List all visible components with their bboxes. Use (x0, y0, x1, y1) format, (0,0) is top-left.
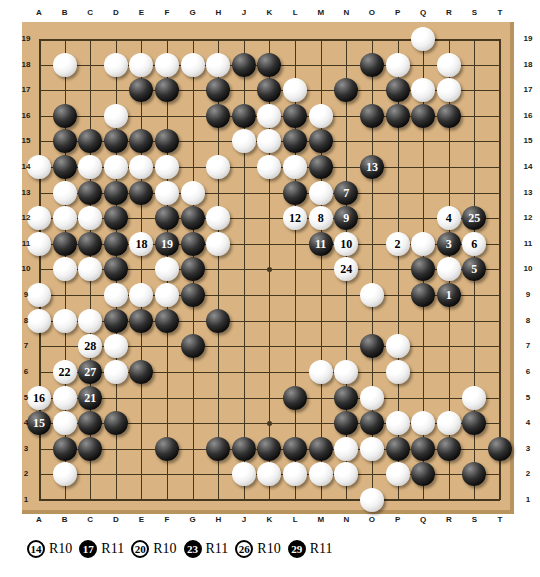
point-E13 (129, 180, 155, 206)
row-label-left-9: 9 (17, 290, 35, 300)
black-stone-O7 (360, 334, 384, 358)
point-T5 (487, 385, 513, 411)
point-C14 (77, 154, 103, 180)
point-L6 (282, 359, 308, 385)
point-D6 (103, 359, 129, 385)
white-stone-B18 (53, 53, 77, 77)
point-H1 (205, 487, 231, 513)
point-G9 (180, 282, 206, 308)
point-E7 (129, 334, 155, 360)
point-H11 (205, 231, 231, 257)
black-stone-C4 (78, 411, 102, 435)
row-label-left-13: 13 (17, 188, 35, 198)
point-B9 (52, 282, 78, 308)
col-label-bottom-L: L (286, 515, 304, 525)
point-D17 (103, 77, 129, 103)
black-stone-T3 (488, 437, 512, 461)
point-L5 (282, 385, 308, 411)
white-stone-N3 (334, 437, 358, 461)
point-O12 (359, 205, 385, 231)
black-stone-G11 (181, 232, 205, 256)
point-F12 (154, 205, 180, 231)
black-stone-S2 (462, 462, 486, 486)
point-N1 (334, 487, 360, 513)
point-Q9 (410, 282, 436, 308)
white-stone-D7 (104, 334, 128, 358)
point-O6 (359, 359, 385, 385)
point-N2 (334, 462, 360, 488)
point-F4 (154, 410, 180, 436)
white-stone-K14 (257, 155, 281, 179)
point-S4 (462, 410, 488, 436)
white-stone-G13 (181, 181, 205, 205)
point-B1 (52, 487, 78, 513)
point-R9: 1 (436, 282, 462, 308)
goban: 1371289425181911102362451282227162115 (22, 22, 514, 514)
col-label-top-G: G (184, 8, 202, 18)
point-R5 (436, 385, 462, 411)
point-H9 (205, 282, 231, 308)
point-J7 (231, 334, 257, 360)
black-stone-E6 (129, 360, 153, 384)
white-stone-P6 (386, 360, 410, 384)
row-label-right-10: 10 (519, 264, 537, 274)
point-L18 (282, 52, 308, 78)
point-R16 (436, 103, 462, 129)
col-label-top-K: K (260, 8, 278, 18)
caption-move-23: 23R11 (184, 540, 229, 558)
point-D19 (103, 26, 129, 52)
point-O17 (359, 77, 385, 103)
point-S8 (462, 308, 488, 334)
move-number-label: 28 (84, 340, 96, 352)
black-stone-D12 (104, 206, 128, 230)
point-G12 (180, 205, 206, 231)
point-G8 (180, 308, 206, 334)
point-B7 (52, 334, 78, 360)
white-stone-R4 (437, 411, 461, 435)
point-E9 (129, 282, 155, 308)
point-J3 (231, 436, 257, 462)
point-Q13 (410, 180, 436, 206)
white-stone-H11 (206, 232, 230, 256)
point-D13 (103, 180, 129, 206)
point-C11 (77, 231, 103, 257)
row-label-left-6: 6 (17, 367, 35, 377)
point-T7 (487, 334, 513, 360)
point-C2 (77, 462, 103, 488)
point-F7 (154, 334, 180, 360)
go-board-diagram: 1371289425181911102362451282227162115 AA… (0, 0, 540, 577)
point-K12 (257, 205, 283, 231)
point-B16 (52, 103, 78, 129)
col-label-top-E: E (132, 8, 150, 18)
col-label-bottom-G: G (184, 515, 202, 525)
white-stone-K15 (257, 129, 281, 153)
point-M16 (308, 103, 334, 129)
point-F11: 19 (154, 231, 180, 257)
point-K3 (257, 436, 283, 462)
white-stone-B13 (53, 181, 77, 205)
white-stone-Q11 (411, 232, 435, 256)
point-O10 (359, 257, 385, 283)
col-label-top-P: P (389, 8, 407, 18)
point-M3 (308, 436, 334, 462)
point-F14 (154, 154, 180, 180)
point-R7 (436, 334, 462, 360)
point-E2 (129, 462, 155, 488)
black-stone-M14 (309, 155, 333, 179)
row-label-left-5: 5 (17, 393, 35, 403)
black-stone-R3 (437, 437, 461, 461)
point-E19 (129, 26, 155, 52)
col-label-bottom-A: A (30, 515, 48, 525)
point-G1 (180, 487, 206, 513)
black-stone-O14: 13 (360, 155, 384, 179)
point-R1 (436, 487, 462, 513)
point-P3 (385, 436, 411, 462)
caption-move-coord: R11 (101, 541, 124, 557)
point-N18 (334, 52, 360, 78)
row-label-right-2: 2 (519, 469, 537, 479)
white-stone-B2 (53, 462, 77, 486)
white-stone-D14 (104, 155, 128, 179)
black-stone-Q10 (411, 257, 435, 281)
point-C5: 21 (77, 385, 103, 411)
point-C7: 28 (77, 334, 103, 360)
point-O15 (359, 129, 385, 155)
point-Q14 (410, 154, 436, 180)
point-M2 (308, 462, 334, 488)
col-label-top-A: A (30, 8, 48, 18)
row-label-right-14: 14 (519, 162, 537, 172)
point-P7 (385, 334, 411, 360)
point-J8 (231, 308, 257, 334)
point-L13 (282, 180, 308, 206)
col-label-bottom-E: E (132, 515, 150, 525)
point-F2 (154, 462, 180, 488)
white-stone-Q4 (411, 411, 435, 435)
point-H14 (205, 154, 231, 180)
point-J16 (231, 103, 257, 129)
point-N9 (334, 282, 360, 308)
point-R4 (436, 410, 462, 436)
point-E1 (129, 487, 155, 513)
point-J6 (231, 359, 257, 385)
black-stone-L15 (283, 129, 307, 153)
point-B6: 22 (52, 359, 78, 385)
move-caption: 14R1017R1120R1023R1126R1029R11 (27, 536, 333, 562)
col-label-top-C: C (81, 8, 99, 18)
caption-move-number-17: 17 (79, 540, 97, 558)
point-T18 (487, 52, 513, 78)
point-Q6 (410, 359, 436, 385)
point-T12 (487, 205, 513, 231)
row-label-right-16: 16 (519, 111, 537, 121)
point-J11 (231, 231, 257, 257)
col-label-top-L: L (286, 8, 304, 18)
black-stone-M11: 11 (309, 232, 333, 256)
point-P19 (385, 26, 411, 52)
black-stone-N12: 9 (334, 206, 358, 230)
row-label-left-7: 7 (17, 341, 35, 351)
black-stone-O4 (360, 411, 384, 435)
point-K8 (257, 308, 283, 334)
point-N11: 10 (334, 231, 360, 257)
point-E12 (129, 205, 155, 231)
point-G7 (180, 334, 206, 360)
white-stone-R10 (437, 257, 461, 281)
white-stone-J2 (232, 462, 256, 486)
point-S18 (462, 52, 488, 78)
point-D11 (103, 231, 129, 257)
point-N19 (334, 26, 360, 52)
point-C10 (77, 257, 103, 283)
point-T6 (487, 359, 513, 385)
point-H17 (205, 77, 231, 103)
black-stone-C11 (78, 232, 102, 256)
black-stone-O16 (360, 104, 384, 128)
point-L7 (282, 334, 308, 360)
white-stone-F9 (155, 283, 179, 307)
caption-move-number-20: 20 (131, 540, 149, 558)
point-Q2 (410, 462, 436, 488)
point-O1 (359, 487, 385, 513)
row-label-right-13: 13 (519, 188, 537, 198)
point-N6 (334, 359, 360, 385)
black-stone-K3 (257, 437, 281, 461)
white-stone-E14 (129, 155, 153, 179)
move-number-label: 25 (468, 212, 480, 224)
point-J12 (231, 205, 257, 231)
col-label-bottom-N: N (337, 515, 355, 525)
white-stone-C7: 28 (78, 334, 102, 358)
point-O13 (359, 180, 385, 206)
caption-move-20: 20R10 (131, 540, 176, 558)
white-stone-H14 (206, 155, 230, 179)
col-label-top-T: T (491, 8, 509, 18)
white-stone-L17 (283, 78, 307, 102)
point-M17 (308, 77, 334, 103)
point-N14 (334, 154, 360, 180)
caption-move-number-14: 14 (27, 540, 45, 558)
col-label-bottom-T: T (491, 515, 509, 525)
row-label-right-15: 15 (519, 136, 537, 146)
point-G11 (180, 231, 206, 257)
black-stone-G9 (181, 283, 205, 307)
point-B5 (52, 385, 78, 411)
point-B13 (52, 180, 78, 206)
point-P11: 2 (385, 231, 411, 257)
row-label-right-19: 19 (519, 34, 537, 44)
col-label-top-H: H (209, 8, 227, 18)
point-L3 (282, 436, 308, 462)
point-K16 (257, 103, 283, 129)
black-stone-D10 (104, 257, 128, 281)
black-stone-C13 (78, 181, 102, 205)
point-F9 (154, 282, 180, 308)
white-stone-B5 (53, 386, 77, 410)
point-J19 (231, 26, 257, 52)
white-stone-O5 (360, 386, 384, 410)
point-N3 (334, 436, 360, 462)
point-H10 (205, 257, 231, 283)
white-stone-R17 (437, 78, 461, 102)
point-E17 (129, 77, 155, 103)
point-E16 (129, 103, 155, 129)
caption-move-14: 14R10 (27, 540, 72, 558)
point-M9 (308, 282, 334, 308)
point-C9 (77, 282, 103, 308)
black-stone-H17 (206, 78, 230, 102)
point-L8 (282, 308, 308, 334)
point-R19 (436, 26, 462, 52)
white-stone-F18 (155, 53, 179, 77)
move-number-label: 12 (289, 212, 301, 224)
white-stone-P7 (386, 334, 410, 358)
black-stone-D8 (104, 309, 128, 333)
point-B14 (52, 154, 78, 180)
move-number-label: 5 (471, 263, 477, 275)
col-label-top-D: D (107, 8, 125, 18)
point-Q18 (410, 52, 436, 78)
point-F5 (154, 385, 180, 411)
move-number-label: 11 (315, 238, 326, 250)
point-K7 (257, 334, 283, 360)
caption-move-26: 26R10 (235, 540, 280, 558)
row-label-right-8: 8 (519, 316, 537, 326)
black-stone-E15 (129, 129, 153, 153)
point-J9 (231, 282, 257, 308)
point-M11: 11 (308, 231, 334, 257)
black-stone-K17 (257, 78, 281, 102)
point-G6 (180, 359, 206, 385)
point-B15 (52, 129, 78, 155)
point-M12: 8 (308, 205, 334, 231)
move-number-label: 18 (135, 238, 147, 250)
white-stone-S5 (462, 386, 486, 410)
point-T13 (487, 180, 513, 206)
black-stone-G10 (181, 257, 205, 281)
black-stone-N17 (334, 78, 358, 102)
point-K10 (257, 257, 283, 283)
col-label-bottom-C: C (81, 515, 99, 525)
white-stone-B10 (53, 257, 77, 281)
point-N13: 7 (334, 180, 360, 206)
white-stone-C10 (78, 257, 102, 281)
point-E3 (129, 436, 155, 462)
point-B3 (52, 436, 78, 462)
point-H18 (205, 52, 231, 78)
caption-move-coord: R11 (206, 541, 229, 557)
point-G19 (180, 26, 206, 52)
point-B18 (52, 52, 78, 78)
move-number-label: 10 (340, 238, 352, 250)
black-stone-F11: 19 (155, 232, 179, 256)
point-P2 (385, 462, 411, 488)
white-stone-O9 (360, 283, 384, 307)
row-label-left-11: 11 (17, 239, 35, 249)
point-K11 (257, 231, 283, 257)
black-stone-J3 (232, 437, 256, 461)
point-S7 (462, 334, 488, 360)
row-label-left-8: 8 (17, 316, 35, 326)
point-D3 (103, 436, 129, 462)
row-label-left-4: 4 (17, 418, 35, 428)
black-stone-J18 (232, 53, 256, 77)
black-stone-S10: 5 (462, 257, 486, 281)
point-M10 (308, 257, 334, 283)
white-stone-R12: 4 (437, 206, 461, 230)
point-F17 (154, 77, 180, 103)
white-stone-P18 (386, 53, 410, 77)
white-stone-F10 (155, 257, 179, 281)
point-L4 (282, 410, 308, 436)
point-Q5 (410, 385, 436, 411)
point-T10 (487, 257, 513, 283)
move-number-label: 27 (84, 366, 96, 378)
point-S5 (462, 385, 488, 411)
point-M5 (308, 385, 334, 411)
row-label-right-12: 12 (519, 213, 537, 223)
point-Q10 (410, 257, 436, 283)
point-R11: 3 (436, 231, 462, 257)
point-F1 (154, 487, 180, 513)
black-stone-P3 (386, 437, 410, 461)
point-R13 (436, 180, 462, 206)
point-C15 (77, 129, 103, 155)
point-O2 (359, 462, 385, 488)
white-stone-G18 (181, 53, 205, 77)
white-stone-D18 (104, 53, 128, 77)
point-O4 (359, 410, 385, 436)
point-K6 (257, 359, 283, 385)
point-H13 (205, 180, 231, 206)
point-E8 (129, 308, 155, 334)
col-label-top-J: J (235, 8, 253, 18)
point-F6 (154, 359, 180, 385)
point-H3 (205, 436, 231, 462)
white-stone-N10: 24 (334, 257, 358, 281)
white-stone-P4 (386, 411, 410, 435)
row-label-left-15: 15 (17, 136, 35, 146)
row-label-left-16: 16 (17, 111, 35, 121)
point-H4 (205, 410, 231, 436)
point-G4 (180, 410, 206, 436)
point-C8 (77, 308, 103, 334)
point-T19 (487, 26, 513, 52)
point-B12 (52, 205, 78, 231)
black-stone-N4 (334, 411, 358, 435)
white-stone-B12 (53, 206, 77, 230)
caption-move-number-26: 26 (235, 540, 253, 558)
black-stone-G12 (181, 206, 205, 230)
point-M13 (308, 180, 334, 206)
point-K19 (257, 26, 283, 52)
point-E10 (129, 257, 155, 283)
point-C18 (77, 52, 103, 78)
point-D7 (103, 334, 129, 360)
black-stone-O18 (360, 53, 384, 77)
point-R14 (436, 154, 462, 180)
move-number-label: 4 (446, 212, 452, 224)
col-label-bottom-O: O (363, 515, 381, 525)
row-label-right-7: 7 (519, 341, 537, 351)
col-label-top-R: R (440, 8, 458, 18)
point-S9 (462, 282, 488, 308)
point-Q11 (410, 231, 436, 257)
white-stone-F14 (155, 155, 179, 179)
